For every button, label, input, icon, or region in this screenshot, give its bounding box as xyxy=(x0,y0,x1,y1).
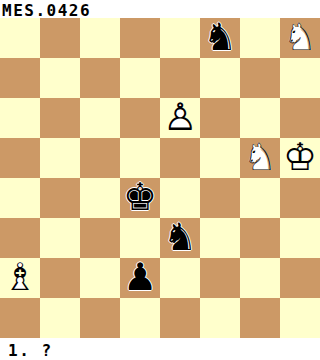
square-c5[interactable] xyxy=(80,138,120,178)
square-a7[interactable] xyxy=(0,58,40,98)
square-f6[interactable] xyxy=(200,98,240,138)
square-d1[interactable] xyxy=(120,298,160,338)
square-d5[interactable] xyxy=(120,138,160,178)
square-g8[interactable] xyxy=(240,18,280,58)
square-a2[interactable]: ♝♗ xyxy=(0,258,40,298)
square-a6[interactable] xyxy=(0,98,40,138)
piece-white-knight: ♞♘ xyxy=(280,18,320,58)
square-c4[interactable] xyxy=(80,178,120,218)
square-a1[interactable] xyxy=(0,298,40,338)
square-h1[interactable] xyxy=(280,298,320,338)
square-e2[interactable] xyxy=(160,258,200,298)
piece-white-knight: ♞♘ xyxy=(240,138,280,178)
square-e6[interactable]: ♟♙ xyxy=(160,98,200,138)
square-b4[interactable] xyxy=(40,178,80,218)
square-f4[interactable] xyxy=(200,178,240,218)
piece-black-pawn: ♟ xyxy=(120,258,160,298)
square-e7[interactable] xyxy=(160,58,200,98)
chess-diagram-page: { "game": "chess", "position": "5n1N/8/4… xyxy=(0,0,320,360)
piece-black-king: ♚ xyxy=(120,178,160,218)
square-f1[interactable] xyxy=(200,298,240,338)
square-a3[interactable] xyxy=(0,218,40,258)
square-b7[interactable] xyxy=(40,58,80,98)
square-d6[interactable] xyxy=(120,98,160,138)
square-h4[interactable] xyxy=(280,178,320,218)
square-h7[interactable] xyxy=(280,58,320,98)
square-a4[interactable] xyxy=(0,178,40,218)
square-h2[interactable] xyxy=(280,258,320,298)
square-b1[interactable] xyxy=(40,298,80,338)
piece-white-pawn: ♟♙ xyxy=(160,98,200,138)
square-e1[interactable] xyxy=(160,298,200,338)
square-e5[interactable] xyxy=(160,138,200,178)
square-b5[interactable] xyxy=(40,138,80,178)
square-h3[interactable] xyxy=(280,218,320,258)
square-h8[interactable]: ♞♘ xyxy=(280,18,320,58)
square-g3[interactable] xyxy=(240,218,280,258)
square-c1[interactable] xyxy=(80,298,120,338)
square-h6[interactable] xyxy=(280,98,320,138)
piece-black-knight: ♞ xyxy=(200,18,240,58)
square-d2[interactable]: ♟ xyxy=(120,258,160,298)
square-d8[interactable] xyxy=(120,18,160,58)
square-g6[interactable] xyxy=(240,98,280,138)
square-b6[interactable] xyxy=(40,98,80,138)
square-f3[interactable] xyxy=(200,218,240,258)
square-c6[interactable] xyxy=(80,98,120,138)
square-h5[interactable]: ♚♔ xyxy=(280,138,320,178)
square-e4[interactable] xyxy=(160,178,200,218)
square-f8[interactable]: ♞ xyxy=(200,18,240,58)
square-d3[interactable] xyxy=(120,218,160,258)
square-b2[interactable] xyxy=(40,258,80,298)
square-b3[interactable] xyxy=(40,218,80,258)
square-c3[interactable] xyxy=(80,218,120,258)
square-a8[interactable] xyxy=(0,18,40,58)
piece-white-king: ♚♔ xyxy=(280,138,320,178)
square-f5[interactable] xyxy=(200,138,240,178)
move-prompt: 1. ? xyxy=(8,341,53,360)
square-d4[interactable]: ♚ xyxy=(120,178,160,218)
square-b8[interactable] xyxy=(40,18,80,58)
chess-board: ♞♞♘♟♙♞♘♚♔♚♞♝♗♟ xyxy=(0,18,320,338)
square-f2[interactable] xyxy=(200,258,240,298)
square-e3[interactable]: ♞ xyxy=(160,218,200,258)
square-c8[interactable] xyxy=(80,18,120,58)
square-e8[interactable] xyxy=(160,18,200,58)
square-f7[interactable] xyxy=(200,58,240,98)
square-a5[interactable] xyxy=(0,138,40,178)
square-g7[interactable] xyxy=(240,58,280,98)
square-c7[interactable] xyxy=(80,58,120,98)
square-d7[interactable] xyxy=(120,58,160,98)
square-g4[interactable] xyxy=(240,178,280,218)
square-g1[interactable] xyxy=(240,298,280,338)
piece-black-knight: ♞ xyxy=(160,218,200,258)
square-g2[interactable] xyxy=(240,258,280,298)
square-c2[interactable] xyxy=(80,258,120,298)
piece-white-bishop: ♝♗ xyxy=(0,258,40,298)
square-g5[interactable]: ♞♘ xyxy=(240,138,280,178)
